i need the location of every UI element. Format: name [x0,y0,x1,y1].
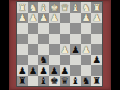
square-b2[interactable]: ♟ [81,13,92,24]
square-c7[interactable] [70,65,81,76]
square-b5[interactable]: ♟ [81,44,92,55]
square-g7[interactable]: ♟ [28,65,39,76]
piece-white-rook: ♜ [92,2,101,12]
square-a4[interactable] [91,34,102,45]
piece-black-knight: ♞ [39,55,48,65]
square-h3[interactable] [17,23,28,34]
square-f2[interactable]: ♟ [38,13,49,24]
square-c4[interactable] [70,34,81,45]
square-b6[interactable] [81,55,92,66]
square-d2[interactable] [60,13,71,24]
piece-white-rook: ♜ [18,2,27,12]
square-d6[interactable] [60,55,71,66]
square-a7[interactable] [91,65,102,76]
piece-black-bishop: ♝ [39,76,48,86]
piece-black-pawn: ♟ [50,65,59,75]
letterbox-background: ♜♞♝♚♛♝♞♜♟♟♟♟♟♟♟♟♟♞♟♟♟♟♟♟♜♝♚♛♝♞♜ [0,0,120,90]
square-e2[interactable]: ♟ [49,13,60,24]
square-e7[interactable]: ♟ [49,65,60,76]
square-c3[interactable] [70,23,81,34]
square-c6[interactable] [70,55,81,66]
piece-white-bishop: ♝ [39,2,48,12]
square-h5[interactable] [17,44,28,55]
square-h6[interactable] [17,55,28,66]
square-f8[interactable]: ♝ [38,76,49,87]
piece-black-knight: ♞ [82,76,91,86]
square-c8[interactable]: ♝ [70,76,81,87]
square-f6[interactable]: ♞ [38,55,49,66]
piece-white-knight: ♞ [29,2,38,12]
square-c5[interactable]: ♟ [70,44,81,55]
square-h7[interactable]: ♟ [17,65,28,76]
square-a2[interactable]: ♟ [91,13,102,24]
piece-black-rook: ♜ [18,76,27,86]
piece-white-pawn: ♟ [18,13,27,23]
square-b1[interactable]: ♞ [81,2,92,13]
piece-black-pawn: ♟ [18,65,27,75]
piece-white-pawn: ♟ [61,44,70,54]
piece-white-pawn: ♟ [50,13,59,23]
piece-black-pawn: ♟ [39,65,48,75]
square-c1[interactable]: ♝ [70,2,81,13]
square-h1[interactable]: ♜ [17,2,28,13]
square-a1[interactable]: ♜ [91,2,102,13]
square-d1[interactable]: ♛ [60,2,71,13]
square-f1[interactable]: ♝ [38,2,49,13]
square-g8[interactable] [28,76,39,87]
square-e6[interactable] [49,55,60,66]
piece-black-pawn: ♟ [61,65,70,75]
square-e5[interactable] [49,44,60,55]
piece-white-pawn: ♟ [82,44,91,54]
square-e4[interactable] [49,34,60,45]
square-h4[interactable] [17,34,28,45]
square-b7[interactable] [81,65,92,76]
square-e1[interactable]: ♚ [49,2,60,13]
square-g6[interactable] [28,55,39,66]
square-d4[interactable] [60,34,71,45]
piece-white-pawn: ♟ [39,13,48,23]
board-frame: ♜♞♝♚♛♝♞♜♟♟♟♟♟♟♟♟♟♞♟♟♟♟♟♟♜♝♚♛♝♞♜ [9,0,111,90]
piece-black-pawn: ♟ [92,55,101,65]
square-g5[interactable] [28,44,39,55]
square-a5[interactable] [91,44,102,55]
piece-black-king: ♚ [50,76,59,86]
piece-white-queen: ♛ [61,2,70,12]
piece-white-king: ♚ [50,2,59,12]
square-g4[interactable] [28,34,39,45]
square-g3[interactable] [28,23,39,34]
square-f3[interactable] [38,23,49,34]
square-c2[interactable] [70,13,81,24]
square-e3[interactable] [49,23,60,34]
square-e8[interactable]: ♚ [49,76,60,87]
square-g1[interactable]: ♞ [28,2,39,13]
square-d8[interactable]: ♛ [60,76,71,87]
square-g2[interactable]: ♟ [28,13,39,24]
square-f5[interactable] [38,44,49,55]
piece-black-rook: ♜ [92,76,101,86]
piece-white-pawn: ♟ [92,13,101,23]
square-a8[interactable]: ♜ [91,76,102,87]
square-f4[interactable] [38,34,49,45]
chess-board: ♜♞♝♚♛♝♞♜♟♟♟♟♟♟♟♟♟♞♟♟♟♟♟♟♜♝♚♛♝♞♜ [17,2,102,86]
piece-black-queen: ♛ [61,76,70,86]
square-h8[interactable]: ♜ [17,76,28,87]
square-a6[interactable]: ♟ [91,55,102,66]
piece-black-bishop: ♝ [71,76,80,86]
square-d3[interactable] [60,23,71,34]
piece-white-knight: ♞ [82,2,91,12]
piece-white-bishop: ♝ [71,2,80,12]
piece-black-pawn: ♟ [29,65,38,75]
square-d5[interactable]: ♟ [60,44,71,55]
square-b4[interactable] [81,34,92,45]
square-a3[interactable] [91,23,102,34]
square-f7[interactable]: ♟ [38,65,49,76]
piece-black-pawn: ♟ [71,44,80,54]
square-b3[interactable] [81,23,92,34]
piece-white-pawn: ♟ [82,13,91,23]
square-b8[interactable]: ♞ [81,76,92,87]
square-d7[interactable]: ♟ [60,65,71,76]
piece-white-pawn: ♟ [29,13,38,23]
square-h2[interactable]: ♟ [17,13,28,24]
